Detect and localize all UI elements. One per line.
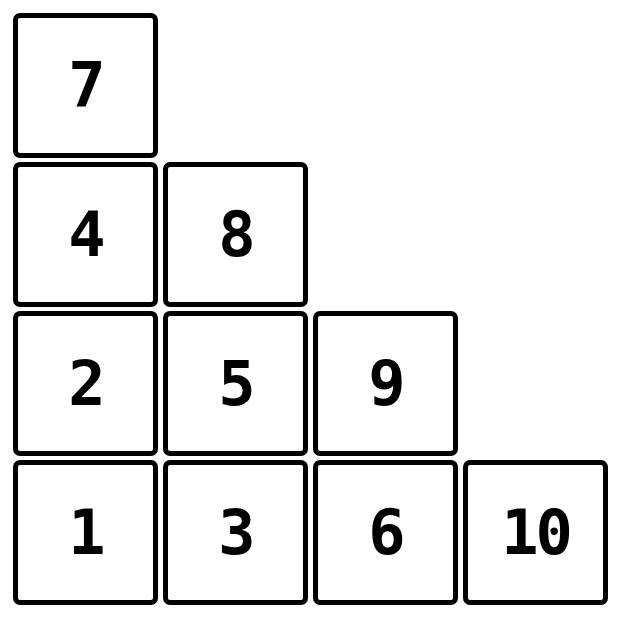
cell-number: 10 — [501, 502, 570, 564]
cell-number: 1 — [68, 502, 102, 564]
cell-2: 2 — [13, 311, 158, 456]
cell-1: 1 — [13, 460, 158, 605]
puzzle-diagram: 74825913610 — [0, 0, 622, 628]
cell-9: 9 — [313, 311, 458, 456]
cell-number: 2 — [68, 353, 102, 415]
cell-number: 3 — [218, 502, 252, 564]
cell-8: 8 — [163, 162, 308, 307]
cell-number: 5 — [218, 353, 252, 415]
cell-number: 6 — [368, 502, 402, 564]
cell-number: 8 — [218, 204, 252, 266]
staircase-board: 74825913610 — [13, 13, 608, 605]
cell-4: 4 — [13, 162, 158, 307]
cell-10: 10 — [463, 460, 608, 605]
cell-number: 9 — [368, 353, 402, 415]
cell-number: 7 — [68, 55, 102, 117]
cell-6: 6 — [313, 460, 458, 605]
cell-number: 4 — [68, 204, 102, 266]
cell-7: 7 — [13, 13, 158, 158]
cell-3: 3 — [163, 460, 308, 605]
cell-5: 5 — [163, 311, 308, 456]
